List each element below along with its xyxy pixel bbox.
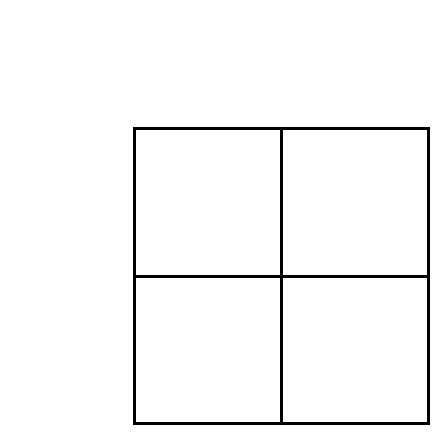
puzzle-board — [133, 127, 430, 425]
puzzle-page — [0, 0, 444, 440]
column-clues — [133, 4, 430, 127]
bold-center-horizontal-line — [136, 275, 427, 278]
row-clues — [41, 127, 133, 425]
